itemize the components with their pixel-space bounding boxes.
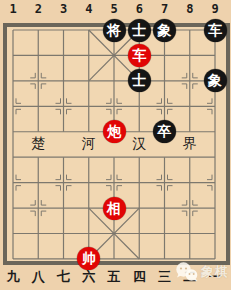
piece-black-elephant[interactable]: 象: [204, 69, 227, 92]
file-label-top: 8: [177, 1, 202, 17]
watermark-text: 象棋: [201, 263, 230, 281]
piece-black-elephant[interactable]: 象: [153, 19, 176, 42]
file-label-top: 5: [101, 1, 126, 17]
piece-red-cannon[interactable]: 炮: [103, 120, 126, 143]
file-label-top: 7: [152, 1, 177, 17]
file-label-bottom: 八: [26, 269, 51, 285]
file-label-bottom: 四: [127, 269, 152, 285]
file-label-bottom: 五: [101, 269, 126, 285]
xiangqi-diagram: 123456789 楚河汉界 将士象车车士象炮卒相帅 九八七六五四三二一 象棋: [0, 0, 231, 290]
file-label-top: 1: [0, 1, 25, 17]
piece-red-chariot[interactable]: 车: [128, 44, 151, 67]
watermark: 象棋: [174, 258, 230, 286]
piece-black-soldier[interactable]: 卒: [153, 120, 176, 143]
piece-black-general[interactable]: 将: [103, 19, 126, 42]
wechat-icon: [174, 260, 200, 285]
piece-black-advisor[interactable]: 士: [128, 19, 151, 42]
file-label-bottom: 七: [51, 269, 76, 285]
top-file-labels: 123456789: [0, 1, 227, 17]
file-label-bottom: 六: [76, 269, 101, 285]
piece-grid: 将士象车车士象炮卒相帅: [0, 17, 227, 271]
file-label-top: 3: [51, 1, 76, 17]
piece-black-advisor[interactable]: 士: [128, 69, 151, 92]
file-label-bottom: 九: [0, 269, 25, 285]
file-label-top: 9: [202, 1, 227, 17]
file-label-top: 4: [76, 1, 101, 17]
file-label-top: 2: [26, 1, 51, 17]
piece-black-chariot[interactable]: 车: [204, 19, 227, 42]
piece-red-general[interactable]: 帅: [77, 247, 100, 270]
file-label-top: 6: [127, 1, 152, 17]
piece-red-elephant[interactable]: 相: [103, 197, 126, 220]
